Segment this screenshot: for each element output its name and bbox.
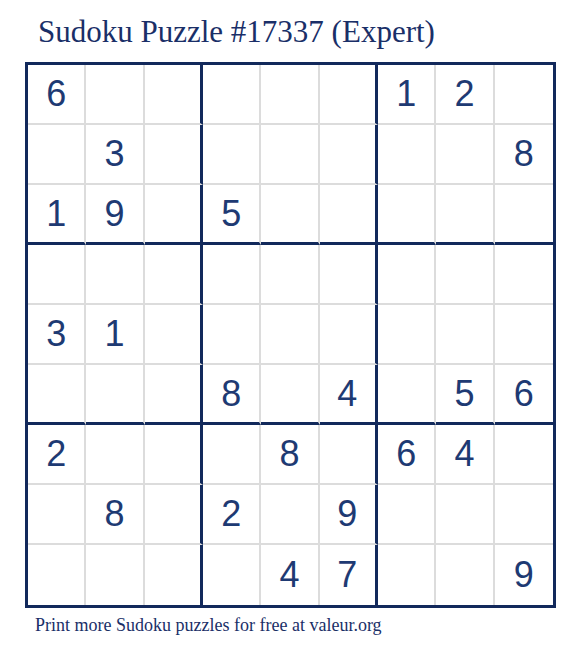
page-title: Sudoku Puzzle #17337 (Expert): [38, 14, 435, 50]
cell-r6c8[interactable]: 5: [436, 365, 494, 425]
cell-r6c6[interactable]: 4: [320, 365, 378, 425]
cell-r5c4[interactable]: [203, 305, 261, 365]
cell-r6c3[interactable]: [145, 365, 203, 425]
cell-r7c7[interactable]: 6: [378, 425, 436, 485]
cell-r5c6[interactable]: [320, 305, 378, 365]
cell-r9c8[interactable]: [436, 545, 494, 605]
cell-r4c5[interactable]: [261, 245, 319, 305]
cell-r4c6[interactable]: [320, 245, 378, 305]
cell-r8c4[interactable]: 2: [203, 485, 261, 545]
cell-r3c6[interactable]: [320, 185, 378, 245]
cell-r3c4[interactable]: 5: [203, 185, 261, 245]
cell-r5c7[interactable]: [378, 305, 436, 365]
cell-r7c3[interactable]: [145, 425, 203, 485]
cell-r3c3[interactable]: [145, 185, 203, 245]
cell-r5c3[interactable]: [145, 305, 203, 365]
cell-r2c6[interactable]: [320, 125, 378, 185]
cell-r6c7[interactable]: [378, 365, 436, 425]
cell-r3c1[interactable]: 1: [28, 185, 86, 245]
cell-r4c3[interactable]: [145, 245, 203, 305]
cell-r7c8[interactable]: 4: [436, 425, 494, 485]
cell-r1c7[interactable]: 1: [378, 65, 436, 125]
cell-r8c7[interactable]: [378, 485, 436, 545]
cell-r5c1[interactable]: 3: [28, 305, 86, 365]
cell-r6c1[interactable]: [28, 365, 86, 425]
cell-r3c2[interactable]: 9: [86, 185, 144, 245]
cell-r4c2[interactable]: [86, 245, 144, 305]
footer-text: Print more Sudoku puzzles for free at va…: [35, 615, 382, 636]
sudoku-board: 612381953184562864829479: [25, 62, 556, 608]
cell-r2c7[interactable]: [378, 125, 436, 185]
cell-r2c3[interactable]: [145, 125, 203, 185]
cell-r6c4[interactable]: 8: [203, 365, 261, 425]
cell-r3c7[interactable]: [378, 185, 436, 245]
cell-r4c7[interactable]: [378, 245, 436, 305]
cell-r5c5[interactable]: [261, 305, 319, 365]
cell-r3c5[interactable]: [261, 185, 319, 245]
cell-r1c9[interactable]: [495, 65, 553, 125]
cell-r9c3[interactable]: [145, 545, 203, 605]
cell-r4c1[interactable]: [28, 245, 86, 305]
cell-r5c8[interactable]: [436, 305, 494, 365]
cell-r4c4[interactable]: [203, 245, 261, 305]
cell-r9c1[interactable]: [28, 545, 86, 605]
cell-r9c9[interactable]: 9: [495, 545, 553, 605]
cell-r8c6[interactable]: 9: [320, 485, 378, 545]
cell-r2c8[interactable]: [436, 125, 494, 185]
cell-r5c2[interactable]: 1: [86, 305, 144, 365]
cell-r3c9[interactable]: [495, 185, 553, 245]
cell-r6c9[interactable]: 6: [495, 365, 553, 425]
cell-r7c5[interactable]: 8: [261, 425, 319, 485]
cell-r9c2[interactable]: [86, 545, 144, 605]
cell-r7c4[interactable]: [203, 425, 261, 485]
cell-r7c6[interactable]: [320, 425, 378, 485]
cell-r6c5[interactable]: [261, 365, 319, 425]
cell-r1c5[interactable]: [261, 65, 319, 125]
cell-r1c8[interactable]: 2: [436, 65, 494, 125]
cell-r2c1[interactable]: [28, 125, 86, 185]
cell-r8c9[interactable]: [495, 485, 553, 545]
cell-r8c3[interactable]: [145, 485, 203, 545]
cell-r7c9[interactable]: [495, 425, 553, 485]
cell-r8c2[interactable]: 8: [86, 485, 144, 545]
cell-r7c2[interactable]: [86, 425, 144, 485]
cell-r4c9[interactable]: [495, 245, 553, 305]
cell-r9c6[interactable]: 7: [320, 545, 378, 605]
cell-r8c8[interactable]: [436, 485, 494, 545]
cell-r2c2[interactable]: 3: [86, 125, 144, 185]
cell-r8c5[interactable]: [261, 485, 319, 545]
cell-r1c3[interactable]: [145, 65, 203, 125]
cell-r5c9[interactable]: [495, 305, 553, 365]
cell-r9c4[interactable]: [203, 545, 261, 605]
cell-r1c2[interactable]: [86, 65, 144, 125]
cell-r2c4[interactable]: [203, 125, 261, 185]
cell-r8c1[interactable]: [28, 485, 86, 545]
cell-r1c6[interactable]: [320, 65, 378, 125]
cell-r1c1[interactable]: 6: [28, 65, 86, 125]
cell-r3c8[interactable]: [436, 185, 494, 245]
cell-r6c2[interactable]: [86, 365, 144, 425]
cell-r1c4[interactable]: [203, 65, 261, 125]
cell-r9c7[interactable]: [378, 545, 436, 605]
cell-r2c5[interactable]: [261, 125, 319, 185]
cell-r9c5[interactable]: 4: [261, 545, 319, 605]
cell-r4c8[interactable]: [436, 245, 494, 305]
cell-r7c1[interactable]: 2: [28, 425, 86, 485]
cell-r2c9[interactable]: 8: [495, 125, 553, 185]
